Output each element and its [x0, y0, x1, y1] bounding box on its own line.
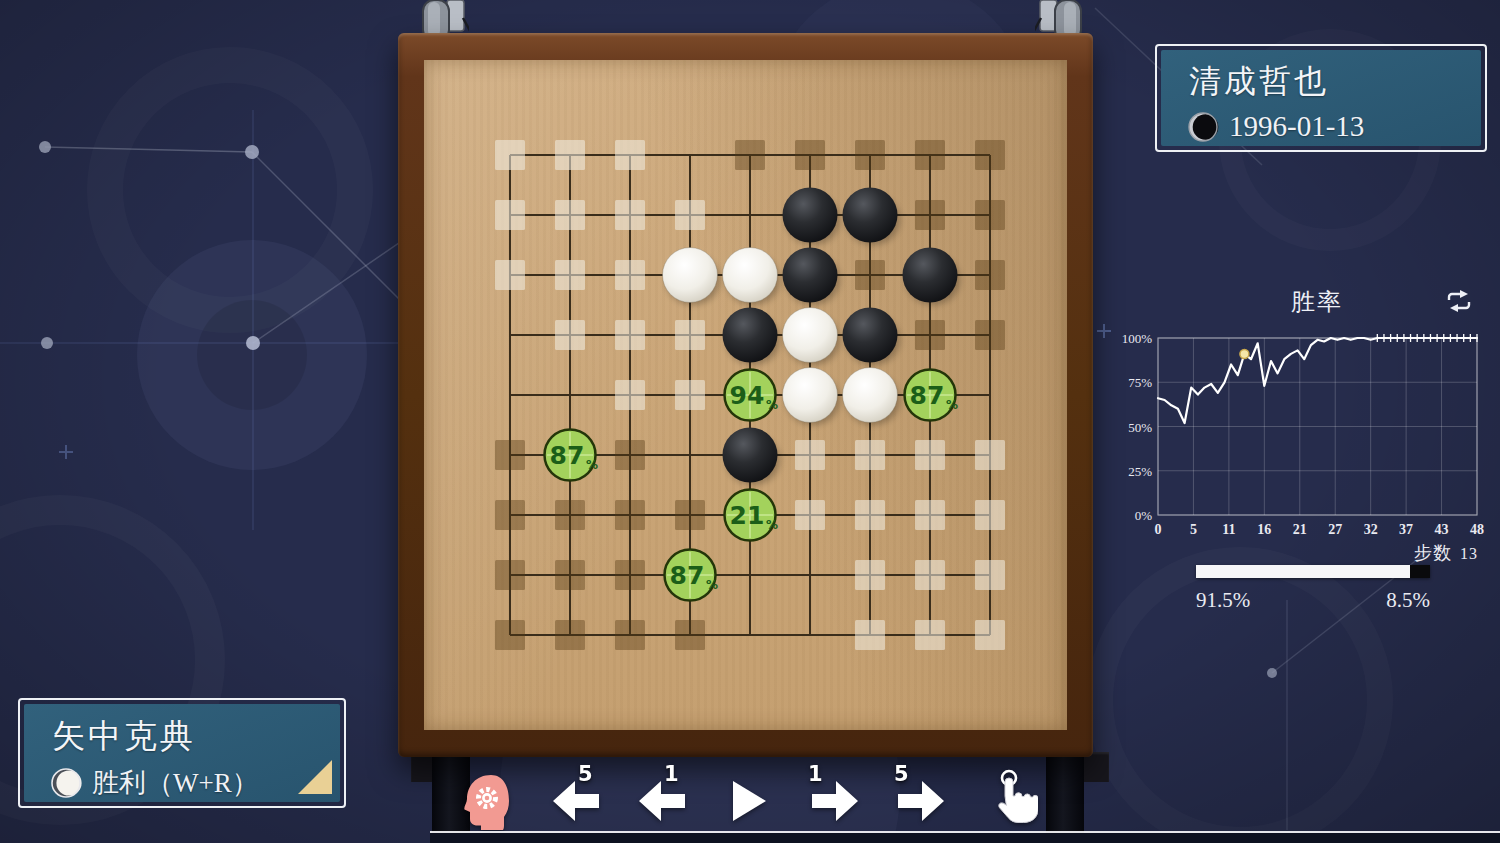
move-counter-value: 13 [1460, 545, 1478, 562]
move-counter-label: 步数 [1414, 543, 1452, 563]
svg-text:50%: 50% [1128, 420, 1152, 435]
go-board[interactable]: 94%87%87%21%87% [424, 60, 1067, 730]
forward-5-button[interactable]: 5 [898, 781, 944, 825]
suggestion-marker[interactable]: 94% [725, 370, 779, 421]
black-percent-label: 8.5% [1360, 588, 1430, 613]
black-stone [903, 248, 958, 303]
svg-text:48: 48 [1470, 522, 1484, 537]
svg-text:0%: 0% [1135, 508, 1153, 523]
black-stone [843, 188, 898, 243]
score-bar-black [1410, 565, 1430, 578]
svg-text:87: 87 [670, 561, 705, 590]
bottom-strip [430, 833, 1500, 843]
play-button[interactable] [733, 781, 767, 825]
svg-text:25%: 25% [1128, 464, 1152, 479]
go-board-frame: 94%87%87%21%87% [398, 33, 1093, 757]
game-result: 胜利（W+R） [92, 765, 259, 801]
forward-1-button[interactable]: 1 [812, 781, 858, 825]
svg-text:32: 32 [1364, 522, 1378, 537]
white-percent-label: 91.5% [1196, 588, 1250, 613]
svg-text:43: 43 [1435, 522, 1449, 537]
svg-text:%: % [766, 398, 778, 412]
right-stand-leg [1046, 756, 1084, 843]
suggestion-marker[interactable]: 87% [545, 430, 599, 481]
player-card-white: 矢中克典 胜利（W+R） [18, 698, 346, 808]
svg-text:100%: 100% [1122, 331, 1153, 346]
svg-text:21: 21 [730, 501, 765, 530]
svg-text:75%: 75% [1128, 375, 1152, 390]
current-move-dot [1240, 349, 1249, 358]
go-board-grid[interactable]: 94%87%87%21%87% [424, 60, 1067, 730]
svg-text:87: 87 [910, 381, 945, 410]
black-stone [783, 248, 838, 303]
back-5-count: 5 [578, 762, 593, 786]
white-player-name: 矢中克典 [52, 714, 340, 759]
svg-text:21: 21 [1293, 522, 1307, 537]
svg-text:%: % [706, 578, 718, 592]
svg-text:%: % [946, 398, 958, 412]
svg-text:%: % [766, 518, 778, 532]
gold-corner-icon[interactable] [298, 760, 332, 794]
black-stone [723, 428, 778, 483]
back-1-button[interactable]: 1 [639, 781, 685, 825]
svg-text:16: 16 [1257, 522, 1271, 537]
svg-text:87: 87 [550, 441, 585, 470]
white-stone [783, 308, 838, 363]
white-stone [723, 248, 778, 303]
white-stone [663, 248, 718, 303]
black-player-name: 清成哲也 [1189, 60, 1481, 104]
move-counter: 步数13 [1330, 541, 1478, 565]
black-stone-icon [1187, 111, 1219, 143]
svg-text:5: 5 [1190, 522, 1197, 537]
black-stone [843, 308, 898, 363]
winrate-chart: 100%75%50%25%0%051116212732374348 [1120, 282, 1490, 542]
ai-analysis-button[interactable] [461, 772, 515, 834]
black-stone [783, 188, 838, 243]
svg-text:37: 37 [1399, 522, 1413, 537]
svg-text:27: 27 [1328, 522, 1342, 537]
score-bar-white [1196, 565, 1410, 578]
black-stone [723, 308, 778, 363]
suggestion-marker[interactable]: 87% [665, 550, 719, 601]
svg-text:11: 11 [1222, 522, 1235, 537]
back-1-count: 1 [664, 762, 679, 786]
svg-text:94: 94 [730, 381, 765, 410]
white-stone [783, 368, 838, 423]
suggestion-marker[interactable]: 87% [905, 370, 959, 421]
back-5-button[interactable]: 5 [553, 781, 599, 825]
game-date: 1996-01-13 [1229, 110, 1364, 143]
white-stone-icon [50, 767, 82, 799]
score-bar [1196, 565, 1430, 578]
svg-text:0: 0 [1155, 522, 1162, 537]
white-stone [843, 368, 898, 423]
svg-text:%: % [586, 458, 598, 472]
tap-hand-button[interactable] [990, 768, 1038, 830]
suggestion-marker[interactable]: 21% [725, 490, 779, 541]
forward-5-count: 5 [894, 762, 909, 786]
player-card-black: 清成哲也 1996-01-13 [1155, 44, 1487, 152]
forward-1-count: 1 [808, 762, 823, 786]
